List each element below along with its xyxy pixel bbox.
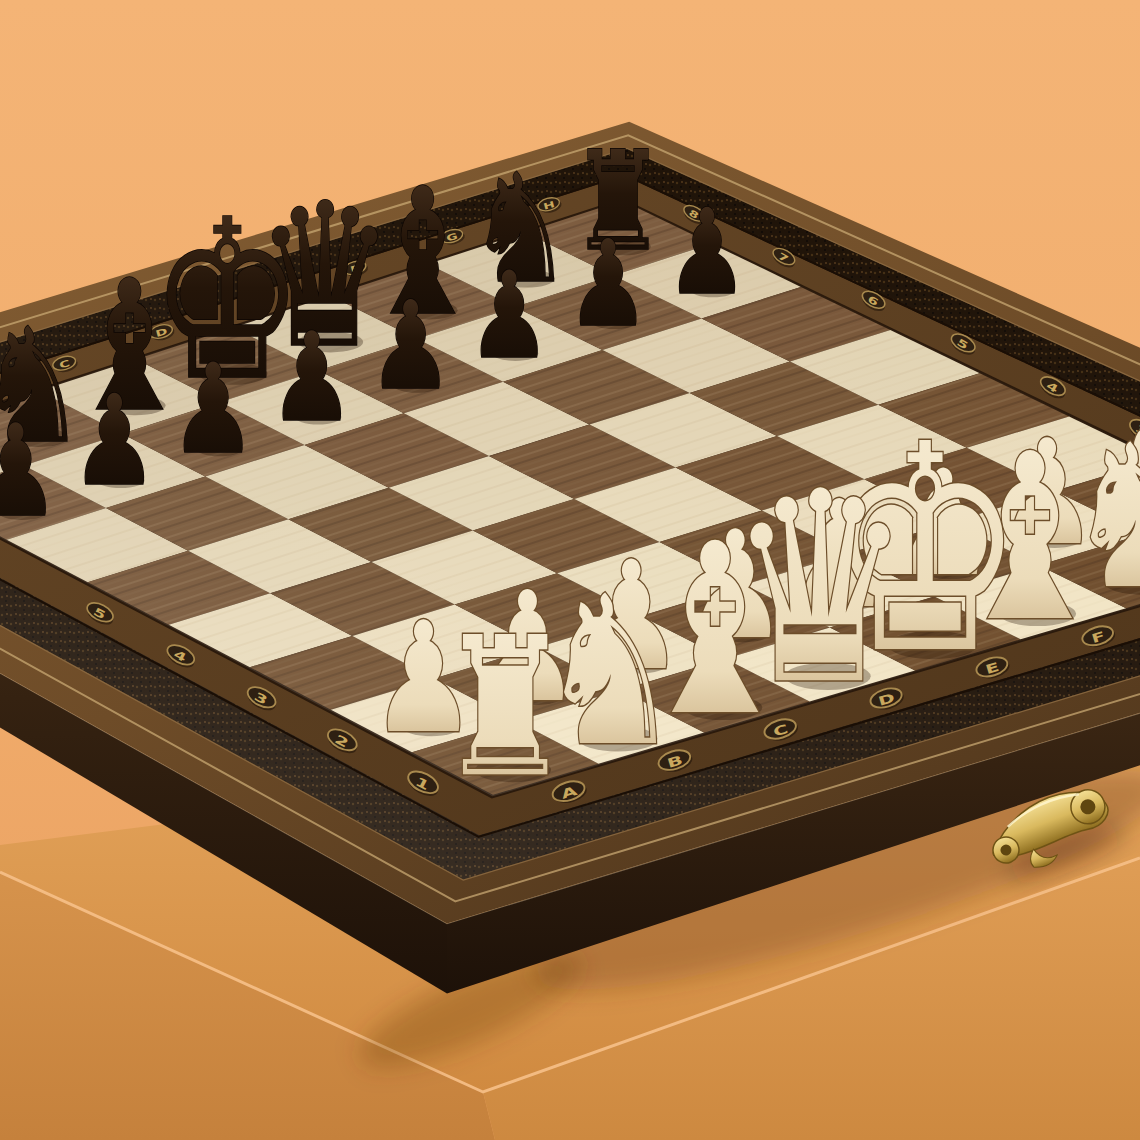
piece-black-pawn-f7[interactable]: ♟ [467,245,551,384]
scene-canvas: A1B2C3C3D4D4E5E5FF6G7H8♜♞♟♝♟♛♟♚♟♝♟♞♟♜♟♟♟… [0,0,1140,1140]
piece-black-pawn-d7[interactable]: ♟ [269,306,355,449]
piece-black-pawn-a7[interactable]: ♟ [0,397,60,545]
piece-black-pawn-b7[interactable]: ♟ [71,368,158,513]
piece-black-pawn-e7[interactable]: ♟ [368,275,453,418]
piece-white-rook-a1[interactable]: ♜ [438,596,572,820]
piece-black-pawn-g7[interactable]: ♟ [566,214,649,352]
piece-black-pawn-c7[interactable]: ♟ [170,337,257,481]
piece-black-pawn-h7[interactable]: ♟ [666,184,749,321]
chess-photo-scene: chess A1B2C3C3D4D4E5E5FF6G7H8♜♞♟♝♟♛♟♚♟♝♟… [0,0,1140,1140]
